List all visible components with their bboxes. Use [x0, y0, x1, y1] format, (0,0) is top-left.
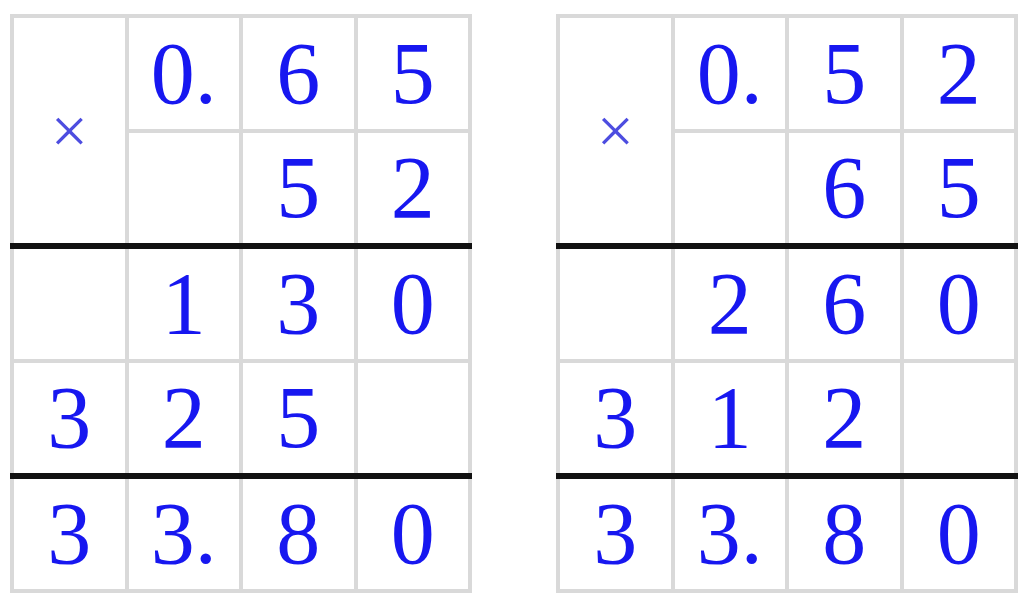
partial-product-row-2: 3 2 5 — [12, 361, 470, 476]
grid-cell: 0. — [673, 16, 788, 131]
partial-product-row-1: 2 6 0 — [558, 246, 1016, 361]
grid-cell: 2 — [902, 16, 1017, 131]
grid-cell: 3 — [241, 246, 356, 361]
grid-cell: 5 — [356, 16, 471, 131]
grid-cell: 5 — [241, 361, 356, 476]
operand-row-1: × 0. 5 2 — [558, 16, 1016, 131]
grid-cell: 3 — [558, 476, 673, 591]
operand-row-1: × 0. 6 5 — [12, 16, 470, 131]
grid-cell: 2 — [673, 246, 788, 361]
partial-product-row-1: 1 3 0 — [12, 246, 470, 361]
grid-cell: 6 — [241, 16, 356, 131]
grid-cell: 8 — [787, 476, 902, 591]
grid-cell: 1 — [127, 246, 242, 361]
grid-cell: 0. — [127, 16, 242, 131]
grid-cell: 5 — [902, 131, 1017, 246]
grid-cell: 5 — [787, 16, 902, 131]
partial-product-row-2: 3 1 2 — [558, 361, 1016, 476]
grid-cell: 6 — [787, 131, 902, 246]
grid-cell: 0 — [902, 476, 1017, 591]
grid-cell: 1 — [673, 361, 788, 476]
grid-cell: 2 — [356, 131, 471, 246]
grid-cell — [673, 131, 788, 246]
grid-cell: 3. — [127, 476, 242, 591]
grid-cell: 2 — [787, 361, 902, 476]
grid-cell: 0 — [902, 246, 1017, 361]
grid-cell: 6 — [787, 246, 902, 361]
grid-cell — [558, 246, 673, 361]
grid-cell: 5 — [241, 131, 356, 246]
product-row: 3 3. 8 0 — [558, 476, 1016, 591]
grid-cell — [356, 361, 471, 476]
worksheet: × 0. 6 5 5 2 1 3 0 3 2 5 3 3. 8 0 — [0, 0, 1024, 593]
grid-cell — [12, 246, 127, 361]
multiply-sign: × — [558, 16, 673, 246]
grid-cell: 3 — [12, 476, 127, 591]
multiply-sign: × — [12, 16, 127, 246]
right-multiplication-grid: × 0. 5 2 6 5 2 6 0 3 1 2 3 3. 8 0 — [556, 14, 1018, 593]
grid-cell — [127, 131, 242, 246]
grid-cell: 0 — [356, 476, 471, 591]
grid-cell: 3. — [673, 476, 788, 591]
grid-cell: 3 — [12, 361, 127, 476]
grid-cell: 3 — [558, 361, 673, 476]
grid-cell: 8 — [241, 476, 356, 591]
product-row: 3 3. 8 0 — [12, 476, 470, 591]
grid-cell — [902, 361, 1017, 476]
grid-cell: 2 — [127, 361, 242, 476]
grid-cell: 0 — [356, 246, 471, 361]
left-multiplication-grid: × 0. 6 5 5 2 1 3 0 3 2 5 3 3. 8 0 — [10, 14, 472, 593]
